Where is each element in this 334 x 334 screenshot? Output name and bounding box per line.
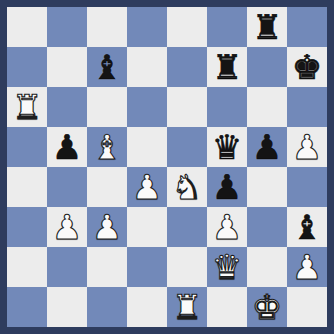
square-e7[interactable] — [167, 47, 207, 87]
square-d5[interactable] — [127, 127, 167, 167]
black-pawn-b5[interactable]: ♟ — [52, 127, 82, 167]
square-e8[interactable] — [167, 7, 207, 47]
square-b6[interactable] — [47, 87, 87, 127]
square-g4[interactable] — [247, 167, 287, 207]
black-rook-f7[interactable]: ♜ — [212, 47, 242, 87]
square-b5[interactable]: ♟ — [47, 127, 87, 167]
square-h2[interactable]: ♟ — [287, 247, 327, 287]
white-rook-e1[interactable]: ♜ — [172, 287, 202, 327]
square-a8[interactable] — [7, 7, 47, 47]
black-pawn-g5[interactable]: ♟ — [252, 127, 282, 167]
square-a3[interactable] — [7, 207, 47, 247]
white-pawn-d4[interactable]: ♟ — [132, 167, 162, 207]
square-f1[interactable] — [207, 287, 247, 327]
square-d8[interactable] — [127, 7, 167, 47]
square-c5[interactable]: ♝ — [87, 127, 127, 167]
square-e5[interactable] — [167, 127, 207, 167]
square-g1[interactable]: ♚ — [247, 287, 287, 327]
square-g7[interactable] — [247, 47, 287, 87]
square-a4[interactable] — [7, 167, 47, 207]
square-c3[interactable]: ♟ — [87, 207, 127, 247]
chess-board: ♜♝♜♚♜♟♝♛♟♟♟♞♟♟♟♟♝♛♟♜♚ — [7, 7, 327, 327]
square-e3[interactable] — [167, 207, 207, 247]
square-b1[interactable] — [47, 287, 87, 327]
square-h6[interactable] — [287, 87, 327, 127]
square-h1[interactable] — [287, 287, 327, 327]
square-d7[interactable] — [127, 47, 167, 87]
square-c8[interactable] — [87, 7, 127, 47]
white-pawn-h2[interactable]: ♟ — [292, 247, 322, 287]
white-rook-a6[interactable]: ♜ — [12, 87, 42, 127]
black-bishop-c7[interactable]: ♝ — [92, 47, 122, 87]
white-knight-e4[interactable]: ♞ — [172, 167, 202, 207]
square-f8[interactable] — [207, 7, 247, 47]
square-c7[interactable]: ♝ — [87, 47, 127, 87]
black-rook-g8[interactable]: ♜ — [252, 7, 282, 47]
square-e1[interactable]: ♜ — [167, 287, 207, 327]
square-h3[interactable]: ♝ — [287, 207, 327, 247]
square-a6[interactable]: ♜ — [7, 87, 47, 127]
square-h8[interactable] — [287, 7, 327, 47]
square-c4[interactable] — [87, 167, 127, 207]
black-bishop-h3[interactable]: ♝ — [292, 207, 322, 247]
square-e6[interactable] — [167, 87, 207, 127]
square-h7[interactable]: ♚ — [287, 47, 327, 87]
square-a1[interactable] — [7, 287, 47, 327]
square-f5[interactable]: ♛ — [207, 127, 247, 167]
square-g6[interactable] — [247, 87, 287, 127]
black-pawn-f4[interactable]: ♟ — [212, 167, 242, 207]
white-pawn-c3[interactable]: ♟ — [92, 207, 122, 247]
square-c2[interactable] — [87, 247, 127, 287]
chess-board-frame: ♜♝♜♚♜♟♝♛♟♟♟♞♟♟♟♟♝♛♟♜♚ — [0, 0, 334, 334]
square-b4[interactable] — [47, 167, 87, 207]
square-d1[interactable] — [127, 287, 167, 327]
square-g3[interactable] — [247, 207, 287, 247]
square-b7[interactable] — [47, 47, 87, 87]
square-a2[interactable] — [7, 247, 47, 287]
square-d6[interactable] — [127, 87, 167, 127]
square-d4[interactable]: ♟ — [127, 167, 167, 207]
square-g2[interactable] — [247, 247, 287, 287]
square-f7[interactable]: ♜ — [207, 47, 247, 87]
white-pawn-b3[interactable]: ♟ — [52, 207, 82, 247]
white-pawn-f3[interactable]: ♟ — [212, 207, 242, 247]
black-king-h7[interactable]: ♚ — [292, 47, 322, 87]
square-f3[interactable]: ♟ — [207, 207, 247, 247]
square-b2[interactable] — [47, 247, 87, 287]
square-f2[interactable]: ♛ — [207, 247, 247, 287]
square-b8[interactable] — [47, 7, 87, 47]
square-b3[interactable]: ♟ — [47, 207, 87, 247]
white-king-g1[interactable]: ♚ — [252, 287, 282, 327]
square-d3[interactable] — [127, 207, 167, 247]
white-pawn-h5[interactable]: ♟ — [292, 127, 322, 167]
square-f4[interactable]: ♟ — [207, 167, 247, 207]
square-d2[interactable] — [127, 247, 167, 287]
square-g8[interactable]: ♜ — [247, 7, 287, 47]
square-a7[interactable] — [7, 47, 47, 87]
square-h4[interactable] — [287, 167, 327, 207]
square-a5[interactable] — [7, 127, 47, 167]
square-e4[interactable]: ♞ — [167, 167, 207, 207]
square-h5[interactable]: ♟ — [287, 127, 327, 167]
square-f6[interactable] — [207, 87, 247, 127]
square-c6[interactable] — [87, 87, 127, 127]
square-g5[interactable]: ♟ — [247, 127, 287, 167]
square-e2[interactable] — [167, 247, 207, 287]
white-queen-f2[interactable]: ♛ — [212, 247, 242, 287]
white-bishop-c5[interactable]: ♝ — [92, 127, 122, 167]
black-queen-f5[interactable]: ♛ — [212, 127, 242, 167]
square-c1[interactable] — [87, 287, 127, 327]
